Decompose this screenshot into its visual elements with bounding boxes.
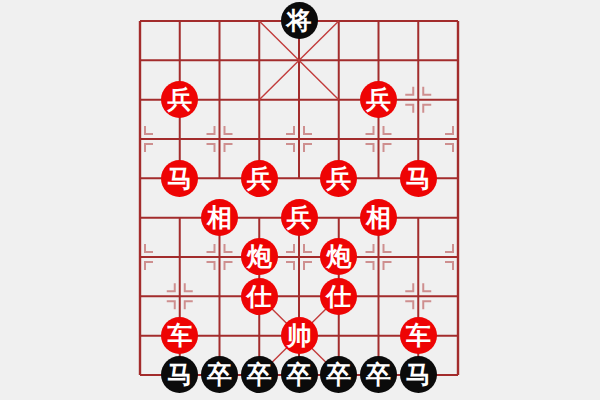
- piece-black-pawn[interactable]: 卒: [241, 356, 278, 393]
- piece-black-general[interactable]: 将: [281, 2, 318, 39]
- piece-red-chariot[interactable]: 车: [400, 317, 437, 354]
- piece-red-pawn[interactable]: 兵: [241, 160, 278, 197]
- piece-black-horse[interactable]: 马: [400, 356, 437, 393]
- piece-red-pawn[interactable]: 兵: [281, 199, 318, 236]
- piece-red-cannon[interactable]: 炮: [241, 238, 278, 275]
- piece-red-chariot[interactable]: 车: [161, 317, 198, 354]
- piece-black-pawn[interactable]: 卒: [201, 356, 238, 393]
- piece-black-pawn[interactable]: 卒: [281, 356, 318, 393]
- xiangqi-board: 将兵兵马兵兵马相兵相炮炮仕仕车帅车马卒卒卒卒卒马: [120, 1, 478, 394]
- piece-red-pawn[interactable]: 兵: [320, 160, 357, 197]
- xiangqi-diagram: 将兵兵马兵兵马相兵相炮炮仕仕车帅车马卒卒卒卒卒马: [0, 0, 600, 400]
- piece-red-cannon[interactable]: 炮: [320, 238, 357, 275]
- piece-red-advisor[interactable]: 仕: [241, 278, 278, 315]
- piece-black-pawn[interactable]: 卒: [360, 356, 397, 393]
- piece-red-horse[interactable]: 马: [161, 160, 198, 197]
- piece-black-horse[interactable]: 马: [161, 356, 198, 393]
- piece-red-general[interactable]: 帅: [281, 317, 318, 354]
- piece-red-pawn[interactable]: 兵: [360, 81, 397, 118]
- piece-red-elephant[interactable]: 相: [201, 199, 238, 236]
- piece-red-elephant[interactable]: 相: [360, 199, 397, 236]
- piece-black-pawn[interactable]: 卒: [320, 356, 357, 393]
- piece-red-advisor[interactable]: 仕: [320, 278, 357, 315]
- piece-red-horse[interactable]: 马: [400, 160, 437, 197]
- piece-red-pawn[interactable]: 兵: [161, 81, 198, 118]
